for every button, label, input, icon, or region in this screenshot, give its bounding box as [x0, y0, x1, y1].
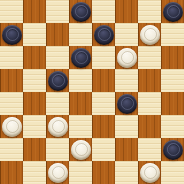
square-r3c5[interactable]	[115, 69, 138, 92]
square-12[interactable]	[161, 46, 184, 69]
black-piece[interactable]	[48, 71, 68, 91]
square-r4c0[interactable]	[0, 92, 23, 115]
black-piece[interactable]	[163, 2, 183, 22]
square-r2c2[interactable]	[46, 46, 69, 69]
square-r7c7[interactable]	[161, 161, 184, 184]
square-r4c2[interactable]	[46, 92, 69, 115]
square-r3c7[interactable]	[161, 69, 184, 92]
square-r1c5[interactable]	[115, 23, 138, 46]
square-r2c6[interactable]	[138, 46, 161, 69]
square-31[interactable]	[92, 161, 115, 184]
square-20[interactable]	[161, 92, 184, 115]
square-25[interactable]	[23, 138, 46, 161]
square-r5c7[interactable]	[161, 115, 184, 138]
square-3[interactable]	[115, 0, 138, 23]
square-24[interactable]	[138, 115, 161, 138]
square-26[interactable]	[69, 138, 92, 161]
square-r1c3[interactable]	[69, 23, 92, 46]
black-piece[interactable]	[71, 48, 91, 68]
black-piece[interactable]	[2, 25, 22, 45]
white-piece[interactable]	[117, 48, 137, 68]
square-9[interactable]	[23, 46, 46, 69]
square-13[interactable]	[0, 69, 23, 92]
checkers-app	[0, 0, 184, 184]
white-piece[interactable]	[71, 140, 91, 160]
square-r0c2[interactable]	[46, 0, 69, 23]
square-14[interactable]	[46, 69, 69, 92]
square-7[interactable]	[92, 23, 115, 46]
square-19[interactable]	[115, 92, 138, 115]
square-2[interactable]	[69, 0, 92, 23]
square-r0c0[interactable]	[0, 0, 23, 23]
square-r3c3[interactable]	[69, 69, 92, 92]
square-15[interactable]	[92, 69, 115, 92]
square-16[interactable]	[138, 69, 161, 92]
black-piece[interactable]	[71, 2, 91, 22]
square-r5c5[interactable]	[115, 115, 138, 138]
square-r7c5[interactable]	[115, 161, 138, 184]
white-piece[interactable]	[140, 163, 160, 183]
square-22[interactable]	[46, 115, 69, 138]
square-r7c3[interactable]	[69, 161, 92, 184]
square-r6c6[interactable]	[138, 138, 161, 161]
square-r6c2[interactable]	[46, 138, 69, 161]
square-r2c4[interactable]	[92, 46, 115, 69]
black-piece[interactable]	[94, 25, 114, 45]
square-11[interactable]	[115, 46, 138, 69]
square-27[interactable]	[115, 138, 138, 161]
white-piece[interactable]	[48, 163, 68, 183]
square-21[interactable]	[0, 115, 23, 138]
square-r0c4[interactable]	[92, 0, 115, 23]
square-4[interactable]	[161, 0, 184, 23]
square-1[interactable]	[23, 0, 46, 23]
square-r7c1[interactable]	[23, 161, 46, 184]
square-6[interactable]	[46, 23, 69, 46]
square-5[interactable]	[0, 23, 23, 46]
square-r5c1[interactable]	[23, 115, 46, 138]
square-23[interactable]	[92, 115, 115, 138]
square-30[interactable]	[46, 161, 69, 184]
square-r3c1[interactable]	[23, 69, 46, 92]
square-17[interactable]	[23, 92, 46, 115]
white-piece[interactable]	[48, 117, 68, 137]
square-8[interactable]	[138, 23, 161, 46]
square-r0c6[interactable]	[138, 0, 161, 23]
white-piece[interactable]	[140, 25, 160, 45]
square-r1c7[interactable]	[161, 23, 184, 46]
black-piece[interactable]	[163, 140, 183, 160]
square-r4c6[interactable]	[138, 92, 161, 115]
square-29[interactable]	[0, 161, 23, 184]
square-28[interactable]	[161, 138, 184, 161]
black-piece[interactable]	[117, 94, 137, 114]
square-r6c0[interactable]	[0, 138, 23, 161]
square-18[interactable]	[69, 92, 92, 115]
square-10[interactable]	[69, 46, 92, 69]
square-32[interactable]	[138, 161, 161, 184]
white-piece[interactable]	[2, 117, 22, 137]
square-r2c0[interactable]	[0, 46, 23, 69]
square-r4c4[interactable]	[92, 92, 115, 115]
square-r6c4[interactable]	[92, 138, 115, 161]
checkers-board	[0, 0, 184, 184]
square-r5c3[interactable]	[69, 115, 92, 138]
square-r1c1[interactable]	[23, 23, 46, 46]
